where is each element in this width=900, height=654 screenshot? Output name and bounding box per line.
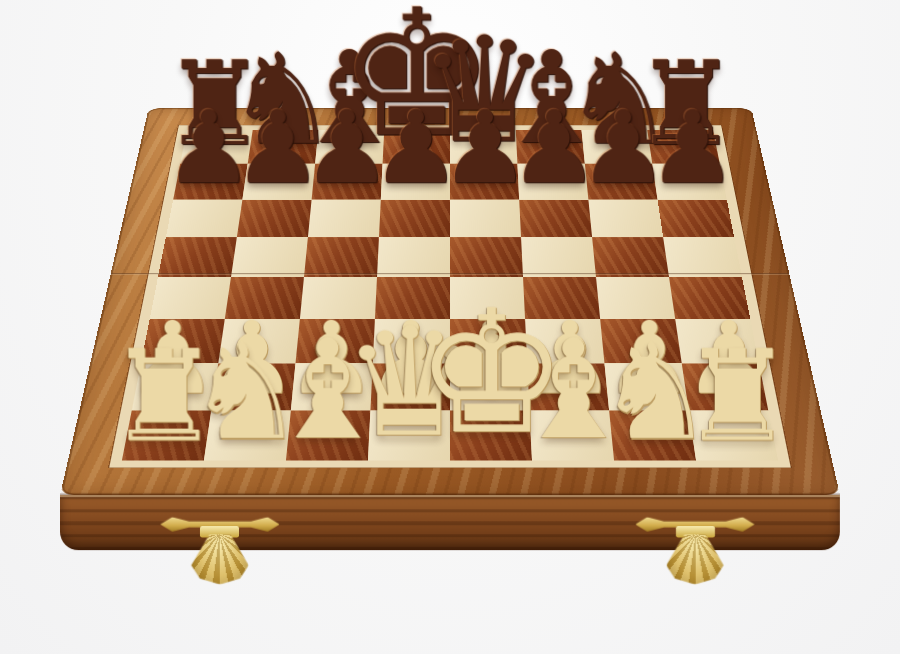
square-e7[interactable]: ♟: [450, 164, 519, 200]
square-c7[interactable]: ♟: [312, 164, 383, 200]
piece-black-bishop-c8[interactable]: ♝: [292, 35, 406, 162]
piece-black-rook-h8[interactable]: ♜: [634, 46, 738, 162]
square-f7[interactable]: ♟: [517, 164, 588, 200]
square-d8[interactable]: ♚: [383, 130, 450, 164]
square-c5[interactable]: [304, 237, 379, 277]
square-g7[interactable]: ♟: [585, 164, 658, 200]
square-h6[interactable]: [658, 200, 735, 238]
piece-black-knight-g8[interactable]: ♞: [562, 37, 675, 163]
square-a5[interactable]: [158, 237, 237, 277]
square-h1[interactable]: ♜: [689, 410, 778, 460]
square-d6[interactable]: [379, 200, 450, 238]
piece-black-rook-a8[interactable]: ♜: [162, 46, 266, 162]
square-b5[interactable]: [231, 237, 308, 277]
perspective-scene: ♜♞♝♚♛♝♞♜♟♟♟♟♟♟♟♟♟♟♟♟♟♟♟♟♜♞♝♛♚♝♞♜: [0, 0, 900, 654]
piece-black-knight-b8[interactable]: ♞: [225, 37, 338, 163]
piece-black-pawn-c7[interactable]: ♟: [301, 98, 391, 198]
square-b6[interactable]: [237, 200, 312, 238]
square-b7[interactable]: ♟: [242, 164, 315, 200]
square-a8[interactable]: ♜: [180, 130, 252, 164]
square-h5[interactable]: [663, 237, 742, 277]
piece-black-bishop-f8[interactable]: ♝: [494, 35, 608, 162]
piece-black-pawn-a7[interactable]: ♟: [163, 98, 253, 198]
piece-black-pawn-b7[interactable]: ♟: [232, 98, 322, 198]
square-b8[interactable]: ♞: [248, 130, 319, 164]
square-d5[interactable]: [377, 237, 450, 277]
piece-black-pawn-e7[interactable]: ♟: [440, 98, 530, 198]
piece-black-pawn-h7[interactable]: ♟: [647, 98, 737, 198]
clasp-shell-pendant-icon: [666, 534, 723, 584]
square-g8[interactable]: ♞: [582, 130, 653, 164]
square-f8[interactable]: ♝: [516, 130, 585, 164]
square-g6[interactable]: [588, 200, 663, 238]
square-a6[interactable]: [166, 200, 243, 238]
brass-clasp-right: [632, 516, 758, 596]
chess-board-grid: ♜♞♝♚♛♝♞♜♟♟♟♟♟♟♟♟♟♟♟♟♟♟♟♟♜♞♝♛♚♝♞♜: [122, 130, 778, 461]
square-c8[interactable]: ♝: [315, 130, 384, 164]
box-front-face: [60, 495, 840, 550]
playing-area: ♜♞♝♚♛♝♞♜♟♟♟♟♟♟♟♟♟♟♟♟♟♟♟♟♜♞♝♛♚♝♞♜: [109, 125, 791, 467]
square-e5[interactable]: [450, 237, 523, 277]
clasp-shell-pendant-icon: [191, 534, 248, 584]
piece-black-king-d8[interactable]: ♚: [338, 0, 495, 162]
brass-clasp-left: [157, 516, 283, 596]
square-e8[interactable]: ♛: [450, 130, 517, 164]
product-photo-stage: ♜♞♝♚♛♝♞♜♟♟♟♟♟♟♟♟♟♟♟♟♟♟♟♟♜♞♝♛♚♝♞♜: [0, 0, 900, 654]
square-f5[interactable]: [521, 237, 596, 277]
piece-black-pawn-f7[interactable]: ♟: [509, 98, 599, 198]
square-e6[interactable]: [450, 200, 521, 238]
square-h8[interactable]: ♜: [647, 130, 719, 164]
piece-white-rook-h1[interactable]: ♜: [680, 333, 793, 459]
square-g5[interactable]: [592, 237, 669, 277]
square-a7[interactable]: ♟: [173, 164, 247, 200]
square-d7[interactable]: ♟: [381, 164, 450, 200]
piece-black-pawn-g7[interactable]: ♟: [578, 98, 668, 198]
square-h7[interactable]: ♟: [652, 164, 726, 200]
square-c6[interactable]: [308, 200, 381, 238]
piece-black-queen-e8[interactable]: ♛: [418, 17, 549, 163]
square-f6[interactable]: [519, 200, 592, 238]
piece-black-pawn-d7[interactable]: ♟: [370, 98, 460, 198]
chess-box-top: ♜♞♝♚♛♝♞♜♟♟♟♟♟♟♟♟♟♟♟♟♟♟♟♟♜♞♝♛♚♝♞♜: [60, 108, 840, 495]
